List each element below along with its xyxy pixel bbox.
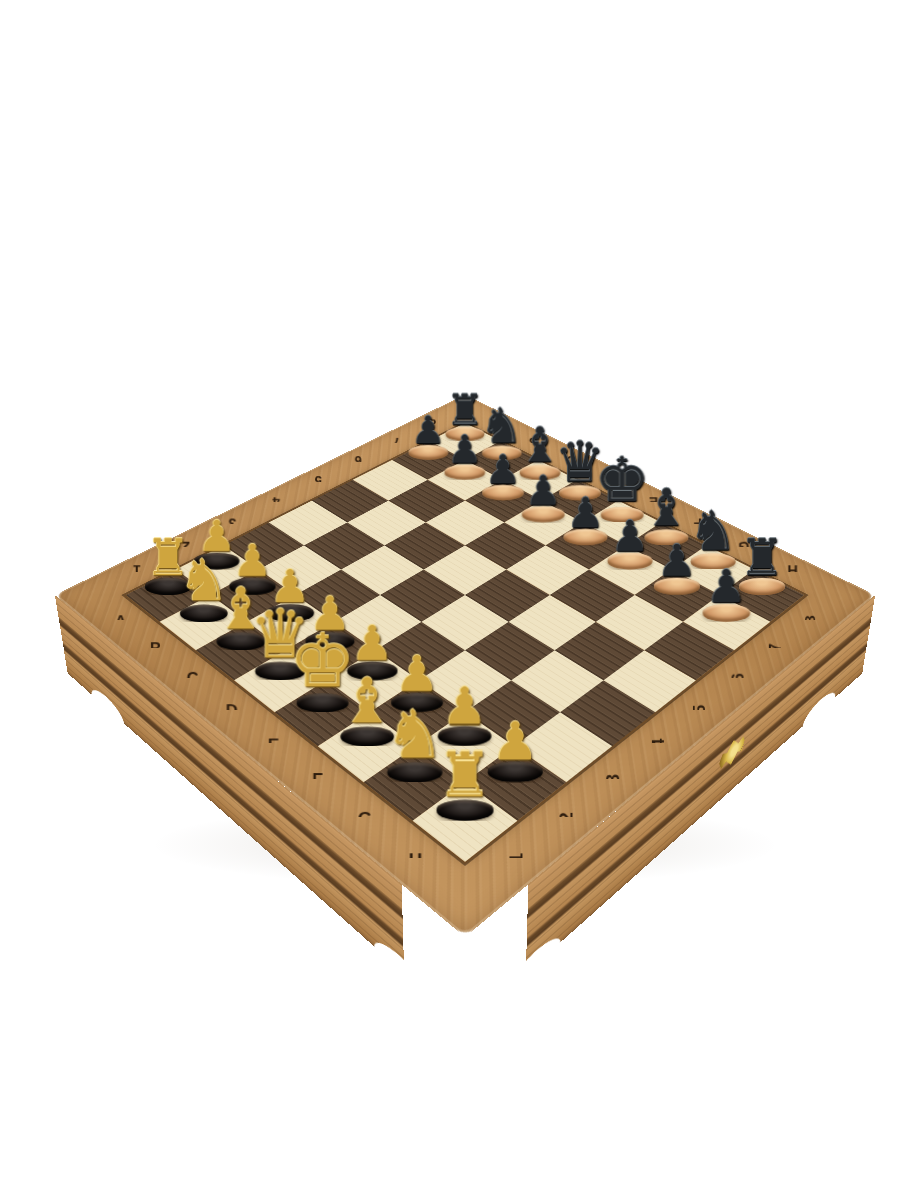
label-rank-1-right: 1 bbox=[500, 844, 528, 872]
label-rank-5-left: 5 bbox=[309, 472, 328, 491]
square-d5[interactable] bbox=[424, 545, 507, 595]
label-rank-6-left: 6 bbox=[349, 452, 368, 471]
brass-latch-icon[interactable] bbox=[718, 728, 747, 777]
label-file-b-near: B bbox=[144, 636, 167, 659]
label-rank-2-right: 2 bbox=[551, 804, 578, 831]
piece-black-pawn-h7[interactable]: ♟ bbox=[694, 566, 760, 622]
label-rank-3-right: 3 bbox=[599, 766, 625, 792]
product-photo-stage: ♜♞♝♛♚♝♞♜♟♟♟♟♟♟♟♟♟♟♟♟♟♟♟♟♜♞♝♛♚♝♞♜ ABCDEFG… bbox=[0, 0, 900, 1200]
square-h6[interactable] bbox=[644, 622, 734, 680]
white-rook-glyph: ♜ bbox=[437, 747, 492, 804]
board-top: ♜♞♝♛♚♝♞♜♟♟♟♟♟♟♟♟♟♟♟♟♟♟♟♟♜♞♝♛♚♝♞♜ ABCDEFG… bbox=[55, 395, 875, 937]
label-file-e-near: E bbox=[261, 731, 286, 756]
label-file-g-near: G bbox=[351, 804, 378, 831]
piece-base-beech-wood bbox=[703, 604, 750, 621]
square-e4[interactable] bbox=[421, 595, 508, 650]
piece-base-black-wood bbox=[437, 800, 494, 821]
black-pawn-glyph: ♟ bbox=[657, 541, 696, 581]
label-file-f-near: F bbox=[305, 766, 331, 792]
label-file-d-near: D bbox=[219, 697, 244, 722]
label-rank-5-right: 5 bbox=[686, 697, 711, 722]
label-file-c-near: C bbox=[181, 666, 205, 690]
label-rank-8-right: 8 bbox=[798, 608, 821, 631]
scene: ♜♞♝♛♚♝♞♜♟♟♟♟♟♟♟♟♟♟♟♟♟♟♟♟♜♞♝♛♚♝♞♜ ABCDEFG… bbox=[0, 0, 900, 1200]
label-rank-6-right: 6 bbox=[726, 666, 750, 690]
piece-white-rook-h1[interactable]: ♜ bbox=[426, 747, 505, 821]
chess-box: ♜♞♝♛♚♝♞♜♟♟♟♟♟♟♟♟♟♟♟♟♟♟♟♟♜♞♝♛♚♝♞♜ ABCDEFG… bbox=[55, 395, 875, 937]
label-rank-4-left: 4 bbox=[266, 492, 286, 512]
label-file-h-near: H bbox=[402, 844, 430, 872]
label-rank-7-right: 7 bbox=[763, 636, 786, 659]
label-file-a-near: A bbox=[109, 608, 132, 631]
label-rank-4-right: 4 bbox=[644, 731, 669, 756]
black-pawn-glyph: ♟ bbox=[706, 566, 747, 608]
black-pawn-glyph: ♟ bbox=[611, 517, 649, 556]
